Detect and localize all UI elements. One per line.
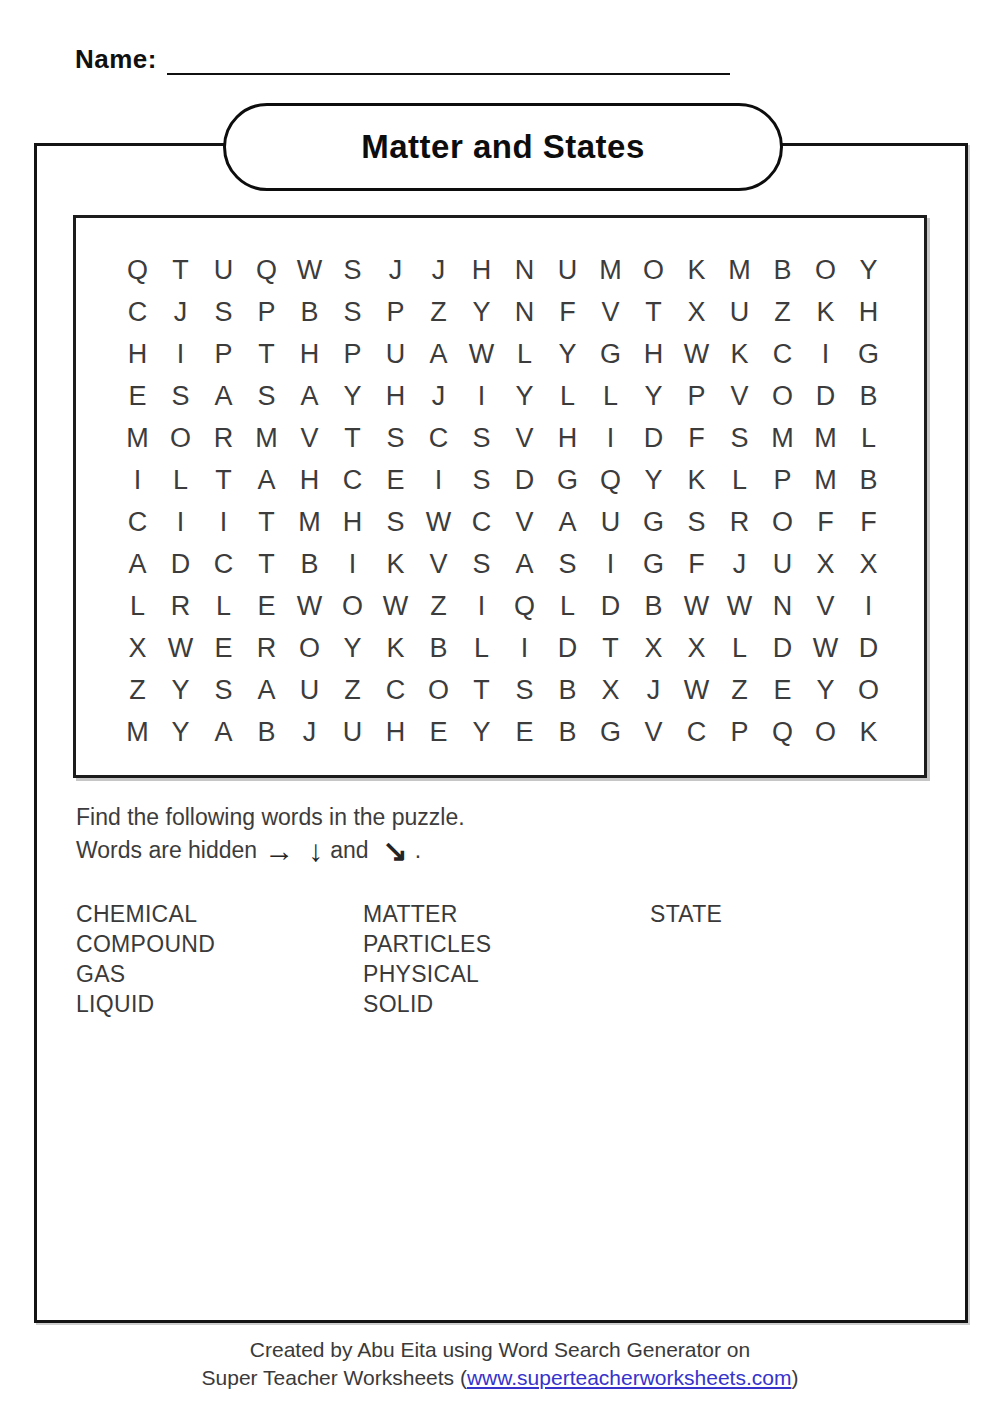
- worksheet-page: Name: Matter and States QTUQWSJJHNUMOKMB…: [0, 0, 1000, 1413]
- grid-cell: M: [116, 417, 159, 459]
- grid-cell: M: [245, 417, 288, 459]
- grid-cell: C: [761, 333, 804, 375]
- grid-cell: N: [761, 585, 804, 627]
- grid-cell: B: [632, 585, 675, 627]
- grid-cell: U: [288, 669, 331, 711]
- grid-cell: T: [245, 543, 288, 585]
- grid-cell: W: [675, 333, 718, 375]
- grid-cell: M: [718, 249, 761, 291]
- grid-cell: X: [589, 669, 632, 711]
- instructions: Find the following words in the puzzle. …: [76, 801, 465, 867]
- grid-cell: S: [202, 291, 245, 333]
- grid-cell: S: [460, 417, 503, 459]
- grid-cell: M: [804, 417, 847, 459]
- grid-cell: K: [718, 333, 761, 375]
- arrow-right-icon: →: [264, 836, 294, 866]
- grid-cell: J: [718, 543, 761, 585]
- grid-cell: B: [847, 375, 890, 417]
- grid-cell: B: [546, 669, 589, 711]
- grid-cell: H: [331, 501, 374, 543]
- grid-cell: I: [804, 333, 847, 375]
- grid-cell: E: [116, 375, 159, 417]
- grid-cell: H: [632, 333, 675, 375]
- grid-cell: H: [288, 459, 331, 501]
- grid-cell: M: [116, 711, 159, 753]
- grid-cell: Z: [417, 585, 460, 627]
- grid-cell: O: [288, 627, 331, 669]
- grid-cell: I: [202, 501, 245, 543]
- grid-cell: Z: [718, 669, 761, 711]
- grid-cell: O: [804, 249, 847, 291]
- grid-cell: I: [460, 585, 503, 627]
- grid-cell: W: [804, 627, 847, 669]
- grid-cell: U: [589, 501, 632, 543]
- grid-cell: H: [460, 249, 503, 291]
- grid-cell: D: [503, 459, 546, 501]
- grid-cell: E: [761, 669, 804, 711]
- grid-cell: P: [761, 459, 804, 501]
- grid-cell: L: [460, 627, 503, 669]
- grid-cell: X: [675, 627, 718, 669]
- footer-line1: Created by Abu Eita using Word Search Ge…: [0, 1336, 1000, 1364]
- grid-cell: J: [417, 249, 460, 291]
- grid-cell: Q: [589, 459, 632, 501]
- grid-cell: T: [245, 333, 288, 375]
- grid-cell: G: [589, 333, 632, 375]
- grid-cell: D: [804, 375, 847, 417]
- word-list-item: LIQUID: [76, 989, 363, 1019]
- grid-cell: Y: [804, 669, 847, 711]
- grid-cell: S: [202, 669, 245, 711]
- grid-cell: K: [675, 459, 718, 501]
- grid-cell: H: [116, 333, 159, 375]
- grid-cell: V: [718, 375, 761, 417]
- grid-cell: C: [675, 711, 718, 753]
- grid-cell: T: [245, 501, 288, 543]
- grid-cell: W: [675, 585, 718, 627]
- grid-cell: U: [374, 333, 417, 375]
- grid-cell: O: [159, 417, 202, 459]
- grid-cell: D: [761, 627, 804, 669]
- grid-cell: Y: [632, 459, 675, 501]
- grid-cell: S: [245, 375, 288, 417]
- grid-cell: R: [718, 501, 761, 543]
- grid-cell: K: [374, 627, 417, 669]
- grid-cell: I: [503, 627, 546, 669]
- name-label: Name:: [75, 44, 157, 75]
- grid-cell: A: [202, 375, 245, 417]
- grid-cell: P: [331, 333, 374, 375]
- footer-line2-suffix: ): [791, 1366, 798, 1389]
- word-list-item: GAS: [76, 959, 363, 989]
- grid-cell: O: [804, 711, 847, 753]
- grid-cell: A: [503, 543, 546, 585]
- grid-cell: A: [245, 669, 288, 711]
- grid-cell: G: [589, 711, 632, 753]
- grid-cell: J: [417, 375, 460, 417]
- grid-cell: X: [632, 627, 675, 669]
- grid-cell: I: [417, 459, 460, 501]
- grid-cell: J: [632, 669, 675, 711]
- grid-cell: Z: [761, 291, 804, 333]
- footer: Created by Abu Eita using Word Search Ge…: [0, 1336, 1000, 1392]
- grid-cell: S: [460, 459, 503, 501]
- grid-cell: S: [331, 249, 374, 291]
- grid-cell: D: [847, 627, 890, 669]
- grid-cell: L: [589, 375, 632, 417]
- grid-cell: Y: [847, 249, 890, 291]
- grid-cell: A: [245, 459, 288, 501]
- grid-cell: M: [288, 501, 331, 543]
- grid-cell: L: [546, 375, 589, 417]
- instructions-period: .: [415, 837, 421, 864]
- grid-cell: F: [675, 543, 718, 585]
- grid-cell: R: [245, 627, 288, 669]
- grid-cell: A: [202, 711, 245, 753]
- grid-cell: M: [804, 459, 847, 501]
- grid-cell: T: [331, 417, 374, 459]
- grid-cell: F: [675, 417, 718, 459]
- grid-cell: V: [288, 417, 331, 459]
- grid-cell: C: [202, 543, 245, 585]
- footer-link[interactable]: www.superteacherworksheets.com: [467, 1366, 791, 1389]
- grid-cell: X: [675, 291, 718, 333]
- grid-cell: W: [460, 333, 503, 375]
- grid-cell: H: [847, 291, 890, 333]
- grid-cell: E: [374, 459, 417, 501]
- grid-cell: T: [202, 459, 245, 501]
- grid-cell: G: [632, 543, 675, 585]
- grid-cell: B: [288, 291, 331, 333]
- grid-cell: S: [159, 375, 202, 417]
- grid-cell: D: [632, 417, 675, 459]
- grid-cell: Y: [546, 333, 589, 375]
- grid-cell: F: [847, 501, 890, 543]
- grid-cell: Z: [116, 669, 159, 711]
- grid-cell: R: [159, 585, 202, 627]
- grid-cell: J: [374, 249, 417, 291]
- grid-cell: S: [460, 543, 503, 585]
- grid-cell: A: [546, 501, 589, 543]
- grid-cell: B: [288, 543, 331, 585]
- word-list-item: STATE: [650, 899, 722, 929]
- grid-cell: E: [245, 585, 288, 627]
- grid-cell: S: [331, 291, 374, 333]
- name-row: Name:: [75, 44, 730, 75]
- grid-cell: B: [245, 711, 288, 753]
- grid-cell: C: [116, 501, 159, 543]
- grid-cell: Y: [460, 711, 503, 753]
- grid-cell: S: [675, 501, 718, 543]
- grid-cell: F: [804, 501, 847, 543]
- grid-cell: W: [288, 249, 331, 291]
- grid-cell: K: [804, 291, 847, 333]
- grid-cell: O: [761, 501, 804, 543]
- grid-cell: R: [202, 417, 245, 459]
- grid-cell: L: [159, 459, 202, 501]
- grid-cell: O: [331, 585, 374, 627]
- grid-cell: T: [589, 627, 632, 669]
- grid-cell: W: [288, 585, 331, 627]
- grid-cell: S: [503, 669, 546, 711]
- grid-cell: O: [417, 669, 460, 711]
- grid-cell: U: [546, 249, 589, 291]
- grid-cell: L: [546, 585, 589, 627]
- grid-cell: P: [374, 291, 417, 333]
- grid-cell: D: [546, 627, 589, 669]
- grid-cell: U: [761, 543, 804, 585]
- grid-cell: L: [718, 627, 761, 669]
- title-pill: Matter and States: [223, 103, 783, 191]
- grid-cell: B: [847, 459, 890, 501]
- grid-cell: S: [374, 417, 417, 459]
- grid-cell: D: [159, 543, 202, 585]
- grid-cell: C: [460, 501, 503, 543]
- grid-cell: E: [417, 711, 460, 753]
- grid-cell: D: [589, 585, 632, 627]
- grid-cell: V: [503, 501, 546, 543]
- grid-cell: S: [718, 417, 761, 459]
- arrow-down-icon: ↓: [308, 836, 323, 866]
- grid-cell: C: [417, 417, 460, 459]
- name-blank-line: [167, 45, 730, 75]
- grid-cell: W: [374, 585, 417, 627]
- grid-cell: P: [675, 375, 718, 417]
- grid-cell: Y: [159, 669, 202, 711]
- instructions-line2-text: Words are hidden: [76, 837, 257, 864]
- puzzle-grid: QTUQWSJJHNUMOKMBOYCJSPBSPZYNFVTXUZKHHIPT…: [116, 249, 890, 753]
- grid-cell: E: [503, 711, 546, 753]
- grid-cell: L: [116, 585, 159, 627]
- grid-cell: V: [804, 585, 847, 627]
- word-list-item: MATTER: [363, 899, 650, 929]
- grid-cell: X: [804, 543, 847, 585]
- grid-cell: O: [847, 669, 890, 711]
- grid-cell: V: [589, 291, 632, 333]
- word-list-item: SOLID: [363, 989, 650, 1019]
- grid-cell: I: [159, 501, 202, 543]
- grid-cell: V: [632, 711, 675, 753]
- grid-cell: K: [847, 711, 890, 753]
- footer-line2: Super Teacher Worksheets (www.superteach…: [0, 1364, 1000, 1392]
- word-list-column: MATTERPARTICLESPHYSICALSOLID: [363, 899, 650, 1019]
- arrow-down-right-icon: ↘: [383, 836, 408, 866]
- grid-cell: P: [202, 333, 245, 375]
- grid-cell: Y: [159, 711, 202, 753]
- word-list-item: PHYSICAL: [363, 959, 650, 989]
- grid-cell: I: [589, 543, 632, 585]
- grid-cell: L: [503, 333, 546, 375]
- grid-cell: L: [718, 459, 761, 501]
- grid-cell: H: [546, 417, 589, 459]
- grid-cell: P: [245, 291, 288, 333]
- grid-cell: T: [460, 669, 503, 711]
- grid-cell: S: [374, 501, 417, 543]
- grid-cell: W: [417, 501, 460, 543]
- grid-cell: T: [159, 249, 202, 291]
- grid-cell: B: [417, 627, 460, 669]
- grid-cell: Q: [503, 585, 546, 627]
- grid-cell: G: [847, 333, 890, 375]
- grid-cell: Y: [460, 291, 503, 333]
- grid-cell: U: [331, 711, 374, 753]
- grid-cell: I: [331, 543, 374, 585]
- word-list: CHEMICALCOMPOUNDGASLIQUID MATTERPARTICLE…: [76, 899, 722, 1019]
- grid-cell: N: [503, 249, 546, 291]
- grid-cell: W: [675, 669, 718, 711]
- grid-cell: C: [374, 669, 417, 711]
- grid-cell: Q: [761, 711, 804, 753]
- grid-cell: U: [202, 249, 245, 291]
- word-list-item: COMPOUND: [76, 929, 363, 959]
- grid-cell: Z: [417, 291, 460, 333]
- footer-line2-prefix: Super Teacher Worksheets (: [202, 1366, 467, 1389]
- grid-cell: G: [632, 501, 675, 543]
- instructions-line2: Words are hidden → ↓ and ↘ .: [76, 834, 465, 867]
- grid-cell: O: [761, 375, 804, 417]
- grid-cell: F: [546, 291, 589, 333]
- grid-cell: W: [159, 627, 202, 669]
- grid-cell: H: [374, 711, 417, 753]
- grid-cell: C: [116, 291, 159, 333]
- grid-cell: K: [374, 543, 417, 585]
- grid-cell: V: [417, 543, 460, 585]
- grid-cell: I: [116, 459, 159, 501]
- grid-cell: I: [159, 333, 202, 375]
- grid-cell: J: [288, 711, 331, 753]
- instructions-and-text: and: [330, 837, 368, 864]
- grid-cell: W: [718, 585, 761, 627]
- grid-cell: I: [589, 417, 632, 459]
- grid-cell: Y: [632, 375, 675, 417]
- grid-cell: A: [288, 375, 331, 417]
- grid-cell: O: [632, 249, 675, 291]
- grid-cell: E: [202, 627, 245, 669]
- grid-cell: J: [159, 291, 202, 333]
- grid-cell: Y: [331, 375, 374, 417]
- word-list-item: CHEMICAL: [76, 899, 363, 929]
- word-list-column: CHEMICALCOMPOUNDGASLIQUID: [76, 899, 363, 1019]
- grid-cell: P: [718, 711, 761, 753]
- grid-cell: L: [202, 585, 245, 627]
- word-list-column: STATE: [650, 899, 722, 1019]
- grid-cell: H: [374, 375, 417, 417]
- word-list-item: PARTICLES: [363, 929, 650, 959]
- grid-cell: G: [546, 459, 589, 501]
- puzzle-grid-box: QTUQWSJJHNUMOKMBOYCJSPBSPZYNFVTXUZKHHIPT…: [73, 215, 927, 778]
- grid-cell: H: [288, 333, 331, 375]
- grid-cell: N: [503, 291, 546, 333]
- grid-cell: M: [761, 417, 804, 459]
- grid-cell: B: [761, 249, 804, 291]
- grid-cell: Z: [331, 669, 374, 711]
- grid-cell: M: [589, 249, 632, 291]
- grid-cell: X: [847, 543, 890, 585]
- grid-cell: T: [632, 291, 675, 333]
- grid-cell: I: [847, 585, 890, 627]
- grid-cell: S: [546, 543, 589, 585]
- grid-cell: B: [546, 711, 589, 753]
- grid-cell: Y: [331, 627, 374, 669]
- instructions-line1: Find the following words in the puzzle.: [76, 801, 465, 834]
- grid-cell: C: [331, 459, 374, 501]
- grid-cell: K: [675, 249, 718, 291]
- grid-cell: A: [417, 333, 460, 375]
- grid-cell: V: [503, 417, 546, 459]
- grid-cell: A: [116, 543, 159, 585]
- page-title: Matter and States: [361, 128, 645, 166]
- grid-cell: I: [460, 375, 503, 417]
- grid-cell: Q: [116, 249, 159, 291]
- grid-cell: L: [847, 417, 890, 459]
- grid-cell: Y: [503, 375, 546, 417]
- grid-cell: X: [116, 627, 159, 669]
- grid-cell: U: [718, 291, 761, 333]
- grid-cell: Q: [245, 249, 288, 291]
